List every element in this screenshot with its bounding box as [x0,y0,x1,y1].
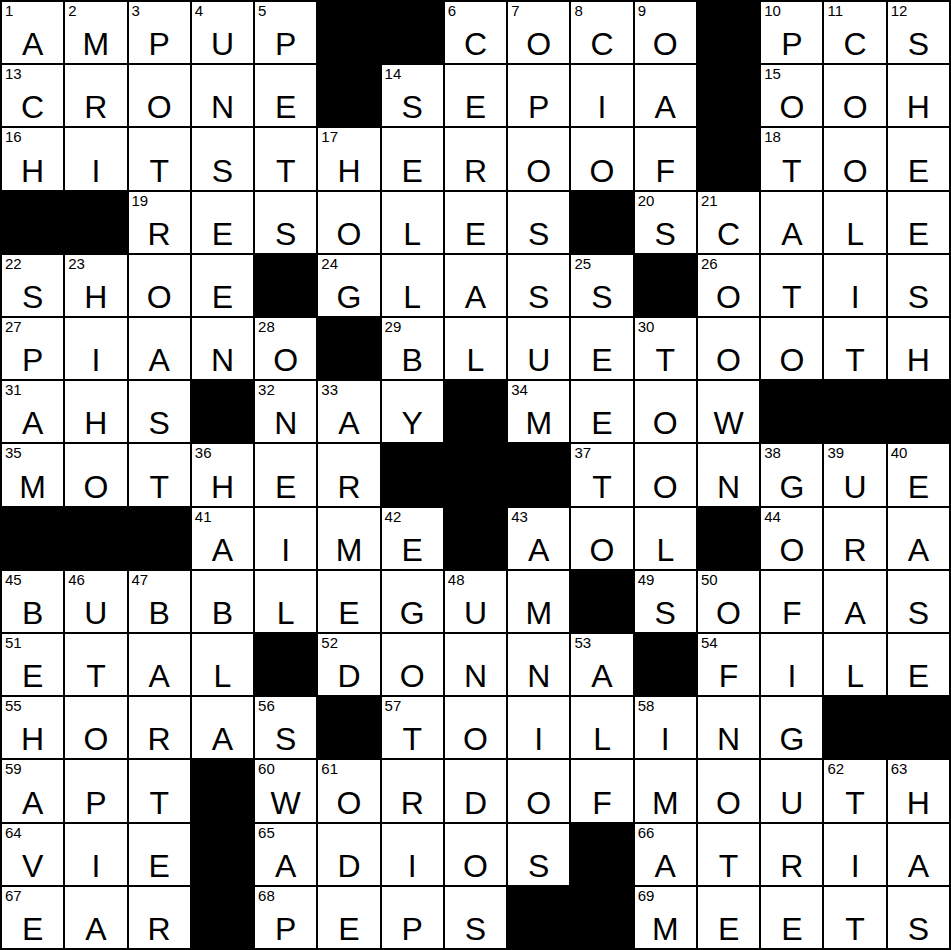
grid-cell[interactable]: E [382,128,443,189]
grid-cell[interactable]: O [635,444,696,505]
cell-letter: H [2,155,63,187]
cell-letter: H [65,281,126,313]
cell-letter: N [698,723,759,755]
grid-cell[interactable]: E [888,128,949,189]
grid-cell[interactable]: I [65,824,126,885]
cell-letter: E [571,407,632,439]
grid-cell[interactable]: O [508,128,569,189]
cell-letter: B [382,344,443,376]
grid-cell[interactable]: O [824,65,885,126]
grid-cell[interactable]: 41A [192,508,253,569]
grid-cell[interactable]: M [508,571,569,632]
grid-cell[interactable]: O [445,824,506,885]
grid-cell[interactable]: S [129,381,190,442]
cell-letter: M [508,597,569,629]
grid-cell[interactable]: 55H [2,697,63,758]
grid-cell[interactable]: E [571,318,632,379]
grid-cell[interactable]: 24G [318,255,379,316]
grid-cell[interactable]: S [888,887,949,948]
grid-cell[interactable]: E [761,887,822,948]
grid-cell[interactable]: S [888,571,949,632]
grid-cell[interactable]: S [445,887,506,948]
grid-cell[interactable]: N [192,318,253,379]
grid-cell[interactable]: F [635,128,696,189]
grid-cell[interactable]: B [192,571,253,632]
grid-cell[interactable]: A [445,255,506,316]
cell-letter: A [635,91,696,123]
grid-cell[interactable]: 64V [2,824,63,885]
cell-number: 43 [511,508,528,527]
cell-letter: L [824,218,885,250]
cell-letter: O [508,28,569,60]
grid-cell[interactable]: F [761,571,822,632]
grid-cell[interactable]: I [571,65,632,126]
grid-cell[interactable]: F [571,760,632,821]
grid-cell[interactable]: A [824,571,885,632]
cell-letter: B [2,597,63,629]
grid-cell[interactable]: 36H [192,444,253,505]
grid-cell[interactable]: I [65,128,126,189]
black-cell [698,65,759,126]
grid-cell[interactable]: E [192,192,253,253]
grid-cell[interactable]: Y [382,381,443,442]
grid-cell[interactable]: O [698,760,759,821]
cell-letter: I [508,723,569,755]
grid-cell[interactable]: S [508,192,569,253]
grid-cell[interactable]: R [65,65,126,126]
grid-cell[interactable]: 28O [255,318,316,379]
black-cell [65,192,126,253]
grid-cell[interactable]: T [824,318,885,379]
cell-letter: E [382,534,443,566]
grid-cell[interactable]: 51E [2,634,63,695]
grid-cell[interactable]: G [761,697,822,758]
grid-cell[interactable]: S [255,192,316,253]
cell-letter: P [255,28,316,60]
grid-cell[interactable]: I [508,697,569,758]
grid-cell[interactable]: A [129,318,190,379]
grid-cell[interactable]: A [192,697,253,758]
grid-cell[interactable]: O [635,381,696,442]
grid-cell[interactable]: 32N [255,381,316,442]
grid-cell[interactable]: 46U [65,571,126,632]
grid-cell[interactable]: 54F [698,634,759,695]
grid-cell[interactable]: O [824,128,885,189]
cell-letter: I [635,723,696,755]
grid-cell[interactable]: E [698,887,759,948]
cell-letter: H [318,155,379,187]
cell-letter: S [888,913,949,945]
grid-cell[interactable]: G [382,571,443,632]
grid-cell[interactable]: 43A [508,508,569,569]
cell-number: 40 [891,444,908,463]
cell-letter: H [888,91,949,123]
cell-number: 6 [448,2,456,21]
grid-cell[interactable]: E [888,192,949,253]
grid-cell[interactable]: L [192,634,253,695]
cell-letter: Y [382,407,443,439]
grid-cell[interactable]: I [761,634,822,695]
black-cell [255,634,316,695]
grid-cell[interactable]: 1A [2,2,63,63]
cell-letter: A [888,534,949,566]
cell-letter: E [445,218,506,250]
cell-letter: D [445,787,506,819]
cell-letter: H [65,407,126,439]
cell-letter: E [318,913,379,945]
grid-cell[interactable]: 69M [635,887,696,948]
cell-letter: I [382,850,443,882]
cell-letter: O [698,597,759,629]
cell-number: 20 [638,192,655,211]
grid-cell[interactable]: U [508,318,569,379]
grid-cell[interactable]: 13C [2,65,63,126]
grid-cell[interactable]: E [129,824,190,885]
cell-letter: O [698,281,759,313]
cell-letter: T [255,155,316,187]
grid-cell[interactable]: 19R [129,192,190,253]
grid-cell[interactable]: O [129,65,190,126]
grid-cell[interactable]: L [255,571,316,632]
cell-number: 67 [5,887,22,906]
cell-letter: S [508,850,569,882]
cell-number: 36 [195,444,212,463]
cell-letter: S [508,281,569,313]
grid-cell[interactable]: 27P [2,318,63,379]
grid-cell[interactable]: O [445,697,506,758]
grid-cell[interactable]: E [445,192,506,253]
cell-letter: F [698,660,759,692]
grid-cell[interactable]: R [318,444,379,505]
grid-cell[interactable]: 9O [635,2,696,63]
cell-number: 37 [574,444,591,463]
grid-cell[interactable]: E [318,571,379,632]
cell-letter: C [571,28,632,60]
grid-cell[interactable]: O [65,444,126,505]
grid-cell[interactable]: H [65,381,126,442]
cell-letter: L [255,597,316,629]
grid-cell[interactable]: E [255,444,316,505]
grid-cell[interactable]: 11C [824,2,885,63]
grid-cell[interactable]: T [129,760,190,821]
grid-cell[interactable]: 14S [382,65,443,126]
cell-letter: I [824,281,885,313]
grid-cell[interactable]: 6C [445,2,506,63]
grid-cell[interactable]: R [382,760,443,821]
cell-letter: O [508,787,569,819]
cell-letter: U [445,597,506,629]
grid-cell[interactable]: D [445,760,506,821]
grid-cell[interactable]: 56S [255,697,316,758]
grid-cell[interactable]: H [888,65,949,126]
cell-letter: A [888,850,949,882]
cell-letter: L [382,281,443,313]
grid-cell[interactable]: 47B [129,571,190,632]
cell-letter: B [129,597,190,629]
cell-letter: H [2,723,63,755]
cell-letter: T [761,281,822,313]
cell-letter: L [192,660,253,692]
cell-number: 2 [68,2,76,21]
cell-letter: A [2,28,63,60]
cell-letter: O [824,91,885,123]
grid-cell[interactable]: L [382,192,443,253]
grid-cell[interactable]: E [445,65,506,126]
grid-cell[interactable]: 58I [635,697,696,758]
grid-cell[interactable]: 42E [382,508,443,569]
grid-cell[interactable]: R [761,824,822,885]
grid-cell[interactable]: E [571,381,632,442]
grid-cell[interactable]: E [318,887,379,948]
grid-cell[interactable]: P [382,887,443,948]
cell-letter: T [571,471,632,503]
black-cell [318,318,379,379]
grid-cell[interactable]: O [318,192,379,253]
cell-letter: R [761,850,822,882]
grid-cell[interactable]: 4U [192,2,253,63]
grid-cell[interactable]: 35M [2,444,63,505]
grid-cell[interactable]: R [129,887,190,948]
cell-number: 50 [701,571,718,590]
cell-letter: G [318,281,379,313]
grid-cell[interactable]: I [65,318,126,379]
grid-cell[interactable]: T [761,255,822,316]
cell-number: 26 [701,255,718,274]
cell-number: 42 [385,508,402,527]
cell-letter: L [824,660,885,692]
cell-letter: A [571,660,632,692]
grid-cell[interactable]: T [255,128,316,189]
black-cell [445,508,506,569]
black-cell [698,508,759,569]
grid-cell[interactable]: N [698,697,759,758]
grid-cell[interactable]: L [635,508,696,569]
grid-cell[interactable]: 34M [508,381,569,442]
grid-cell[interactable]: 25S [571,255,632,316]
grid-cell[interactable]: 57T [382,697,443,758]
cell-letter: T [824,787,885,819]
grid-cell[interactable]: T [129,444,190,505]
grid-cell[interactable]: I [824,255,885,316]
cell-number: 25 [574,255,591,274]
cell-letter: R [318,471,379,503]
grid-cell[interactable]: 59A [2,760,63,821]
grid-cell[interactable]: 31A [2,381,63,442]
grid-cell[interactable]: 67E [2,887,63,948]
cell-number: 27 [5,318,22,337]
grid-cell[interactable]: 44O [761,508,822,569]
grid-cell[interactable]: T [65,634,126,695]
cell-letter: D [318,660,379,692]
grid-cell[interactable]: L [382,255,443,316]
cell-letter: N [255,407,316,439]
cell-letter: E [698,913,759,945]
grid-cell[interactable]: A [129,634,190,695]
cell-letter: S [129,407,190,439]
cell-letter: E [888,218,949,250]
black-cell [2,508,63,569]
grid-cell[interactable]: 65A [255,824,316,885]
grid-cell[interactable]: A [888,824,949,885]
grid-cell[interactable]: 21C [698,192,759,253]
grid-cell[interactable]: 53A [571,634,632,695]
grid-cell[interactable]: 23H [65,255,126,316]
grid-cell[interactable]: 40E [888,444,949,505]
grid-cell[interactable]: O [571,508,632,569]
grid-cell[interactable]: 30T [635,318,696,379]
grid-cell[interactable]: I [824,824,885,885]
cell-number: 45 [5,571,22,590]
grid-cell[interactable]: 2M [65,2,126,63]
grid-cell[interactable]: 10P [761,2,822,63]
grid-cell[interactable]: 15O [761,65,822,126]
cell-letter: L [635,534,696,566]
grid-cell[interactable]: N [192,65,253,126]
cell-letter: O [445,850,506,882]
grid-cell[interactable]: O [698,318,759,379]
cell-number: 19 [132,192,149,211]
cell-letter: T [129,155,190,187]
grid-cell[interactable]: D [318,824,379,885]
grid-cell[interactable]: 63H [888,760,949,821]
grid-cell[interactable]: E [888,634,949,695]
cell-letter: T [698,850,759,882]
grid-cell[interactable]: S [508,255,569,316]
cell-letter: W [255,787,316,819]
grid-cell[interactable]: 49S [635,571,696,632]
grid-cell[interactable]: A [888,508,949,569]
grid-cell[interactable]: 38G [761,444,822,505]
grid-cell[interactable]: I [255,508,316,569]
cell-letter: R [129,723,190,755]
cell-letter: C [2,91,63,123]
cell-letter: F [571,787,632,819]
grid-cell[interactable]: 62T [824,760,885,821]
cell-letter: A [318,407,379,439]
grid-cell[interactable]: 45B [2,571,63,632]
grid-cell[interactable]: E [255,65,316,126]
cell-letter: C [824,28,885,60]
grid-cell[interactable]: 37T [571,444,632,505]
grid-cell[interactable]: 26O [698,255,759,316]
grid-cell[interactable]: T [129,128,190,189]
grid-cell[interactable]: P [508,65,569,126]
cell-number: 66 [638,824,655,843]
grid-cell[interactable]: S [508,824,569,885]
cell-letter: F [761,597,822,629]
grid-cell[interactable]: O [508,760,569,821]
cell-letter: O [761,344,822,376]
grid-cell[interactable]: M [635,760,696,821]
grid-cell[interactable]: 16H [2,128,63,189]
grid-cell[interactable]: N [508,634,569,695]
cell-letter: H [888,787,949,819]
grid-cell[interactable]: E [192,255,253,316]
grid-cell[interactable]: R [129,697,190,758]
grid-cell[interactable]: T [824,887,885,948]
grid-cell[interactable]: O [571,128,632,189]
cell-number: 12 [891,2,908,21]
grid-cell[interactable]: 12S [888,2,949,63]
grid-cell[interactable]: N [445,634,506,695]
grid-cell[interactable]: 17H [318,128,379,189]
cell-letter: H [888,344,949,376]
cell-letter: R [445,155,506,187]
grid-cell[interactable]: R [824,508,885,569]
grid-cell[interactable]: S [192,128,253,189]
grid-cell[interactable]: L [824,192,885,253]
grid-cell[interactable]: L [445,318,506,379]
cell-letter: P [255,913,316,945]
cell-letter: O [698,344,759,376]
grid-cell[interactable]: A [635,65,696,126]
grid-cell[interactable]: 5P [255,2,316,63]
grid-cell[interactable]: L [571,697,632,758]
grid-cell[interactable]: 22S [2,255,63,316]
cell-letter: L [382,218,443,250]
grid-cell[interactable]: 20S [635,192,696,253]
cell-letter: R [65,91,126,123]
grid-cell[interactable]: N [698,444,759,505]
grid-cell[interactable]: 61O [318,760,379,821]
grid-cell[interactable]: 29B [382,318,443,379]
black-cell [192,760,253,821]
grid-cell[interactable]: O [65,697,126,758]
cell-letter: T [824,344,885,376]
grid-cell[interactable]: M [318,508,379,569]
grid-cell[interactable]: P [65,760,126,821]
grid-cell[interactable]: 18T [761,128,822,189]
grid-cell[interactable]: U [761,760,822,821]
cell-letter: E [255,471,316,503]
grid-cell[interactable]: L [824,634,885,695]
cell-letter: O [445,723,506,755]
grid-cell[interactable]: 50O [698,571,759,632]
grid-cell[interactable]: O [761,318,822,379]
grid-cell[interactable]: 39U [824,444,885,505]
black-cell [65,508,126,569]
grid-cell[interactable]: 48U [445,571,506,632]
grid-cell[interactable]: T [698,824,759,885]
grid-cell[interactable]: O [129,255,190,316]
grid-cell[interactable]: A [65,887,126,948]
grid-cell[interactable]: A [761,192,822,253]
cell-letter: O [382,660,443,692]
grid-cell[interactable]: 8C [571,2,632,63]
grid-cell[interactable]: 33A [318,381,379,442]
grid-cell[interactable]: 60W [255,760,316,821]
black-cell [571,887,632,948]
grid-cell[interactable]: 7O [508,2,569,63]
grid-cell[interactable]: O [382,634,443,695]
grid-cell[interactable]: 66A [635,824,696,885]
grid-cell[interactable]: H [888,318,949,379]
cell-letter: O [65,723,126,755]
grid-cell[interactable]: 52D [318,634,379,695]
cell-letter: U [65,597,126,629]
cell-number: 38 [764,444,781,463]
cell-letter: E [888,660,949,692]
black-cell [698,2,759,63]
grid-cell[interactable]: W [698,381,759,442]
grid-cell[interactable]: 68P [255,887,316,948]
grid-cell[interactable]: S [888,255,949,316]
cell-number: 31 [5,381,22,400]
grid-cell[interactable]: R [445,128,506,189]
grid-cell[interactable]: I [382,824,443,885]
grid-cell[interactable]: 3P [129,2,190,63]
cell-number: 59 [5,760,22,779]
